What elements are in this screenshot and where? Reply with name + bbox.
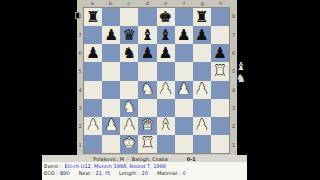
material-balance-icons: ♝♞: [234, 61, 248, 85]
square-d8[interactable]: [138, 8, 156, 26]
players-separator: -: [127, 156, 129, 162]
square-d2[interactable]: ♛: [138, 117, 156, 135]
white-player-name: Polakovic, M: [93, 156, 124, 162]
stat-value: 20: [142, 170, 148, 176]
square-a1[interactable]: [84, 135, 102, 153]
square-e3[interactable]: [157, 99, 175, 117]
square-d1[interactable]: ♜: [138, 135, 156, 153]
square-h3[interactable]: [211, 99, 229, 117]
square-e7[interactable]: ♝: [157, 26, 175, 44]
square-h2[interactable]: [211, 117, 229, 135]
square-e1[interactable]: [157, 135, 175, 153]
square-g8[interactable]: ♜: [193, 8, 211, 26]
white-piece-g4: ♟: [195, 82, 208, 97]
file-label-a: a: [83, 0, 101, 6]
square-c7[interactable]: ♛: [120, 26, 138, 44]
stat-field: Material :0: [157, 170, 186, 176]
square-h7[interactable]: [211, 26, 229, 44]
leader-dots: ·····: [171, 156, 184, 162]
square-f4[interactable]: ♟: [175, 81, 193, 99]
stat-value: 21. f5: [96, 170, 110, 176]
file-label-e: e: [157, 0, 175, 6]
square-c4[interactable]: [120, 81, 138, 99]
square-a5[interactable]: [84, 62, 102, 80]
square-h5[interactable]: ♜: [211, 62, 229, 80]
white-piece-e4: ♟: [159, 82, 172, 97]
square-d6[interactable]: ♟: [138, 44, 156, 62]
rank-label-2: 2: [230, 117, 237, 135]
square-d4[interactable]: ♞: [138, 81, 156, 99]
square-b4[interactable]: [102, 81, 120, 99]
square-d7[interactable]: ♝: [138, 26, 156, 44]
file-label-c: c: [120, 0, 138, 6]
white-piece-c3: ♞: [123, 100, 136, 115]
file-label-b: b: [101, 0, 119, 6]
black-piece-e6: ♟: [159, 45, 172, 60]
black-piece-g8: ♜: [195, 9, 208, 24]
square-a4[interactable]: [84, 81, 102, 99]
square-a7[interactable]: [84, 26, 102, 44]
stat-value: B90: [60, 170, 70, 176]
file-label-f: f: [175, 0, 193, 6]
black-piece-d7: ♝: [141, 27, 154, 42]
square-g6[interactable]: [193, 44, 211, 62]
square-g1[interactable]: [193, 135, 211, 153]
file-label-g: g: [193, 0, 211, 6]
black-piece-a6: ♟: [86, 45, 99, 60]
video-frame: abcdefgh abcdefgh 87654321 87654321 ♜♚♜♟…: [0, 0, 320, 180]
black-piece-c7: ♛: [123, 27, 136, 42]
square-f6[interactable]: [175, 44, 193, 62]
black-piece-e7: ♝: [159, 27, 172, 42]
white-piece-d2: ♛: [141, 118, 154, 133]
black-piece-d6: ♟: [141, 45, 154, 60]
square-f2[interactable]: [175, 117, 193, 135]
stat-field: Length :20: [119, 170, 148, 176]
black-piece-c6: ♞: [123, 45, 136, 60]
chess-board[interactable]: ♜♚♜♟♛♝♝♟♟♟♞♟♟♟♜♞♟♟♟♞♟♟♟♛♝♟♚♜: [83, 7, 230, 154]
stats-line: ECO :B90Next :21. f5Length :20Material :…: [42, 169, 247, 176]
square-b6[interactable]: [102, 44, 120, 62]
square-b3[interactable]: [102, 99, 120, 117]
square-e8[interactable]: ♚: [157, 8, 175, 26]
square-f1[interactable]: [175, 135, 193, 153]
stat-field: Next :21. f5: [79, 170, 110, 176]
square-f3[interactable]: [175, 99, 193, 117]
square-c3[interactable]: ♞: [120, 99, 138, 117]
file-label-d: d: [138, 0, 156, 6]
square-c5[interactable]: [120, 62, 138, 80]
event-line: Event : EU-ch U12, Munich 1998, Round 7,…: [42, 162, 247, 169]
square-a6[interactable]: ♟: [84, 44, 102, 62]
square-a8[interactable]: ♜: [84, 8, 102, 26]
game-result: 0-1: [187, 156, 196, 162]
square-d5[interactable]: [138, 62, 156, 80]
black-player-name: Balogh, Csaba: [132, 156, 168, 162]
white-piece-h5: ♜: [213, 63, 226, 78]
square-c6[interactable]: ♞: [120, 44, 138, 62]
black-piece-h6: ♟: [213, 45, 226, 60]
white-piece-d1: ♜: [141, 136, 154, 151]
square-c8[interactable]: [120, 8, 138, 26]
square-e2[interactable]: ♝: [157, 117, 175, 135]
event-label: Event :: [44, 163, 62, 169]
black-piece-a8: ♜: [86, 9, 99, 24]
black-piece-e8: ♚: [159, 9, 172, 24]
square-b5[interactable]: [102, 62, 120, 80]
stat-label: ECO :: [44, 170, 58, 176]
players-line: Polakovic, M - Balogh, Csaba ····· 0-1: [42, 155, 247, 162]
white-piece-a2: ♟: [86, 118, 99, 133]
square-g3[interactable]: [193, 99, 211, 117]
square-f8[interactable]: [175, 8, 193, 26]
rank-label-1: 1: [230, 136, 237, 154]
stat-label: Material :: [157, 170, 181, 176]
square-e6[interactable]: ♟: [157, 44, 175, 62]
game-info-panel: Polakovic, M - Balogh, Csaba ····· 0-1 E…: [42, 155, 247, 180]
black-piece-f7: ♟: [177, 27, 190, 42]
stat-label: Next :: [79, 170, 94, 176]
square-h4[interactable]: [211, 81, 229, 99]
stat-field: ECO :B90: [44, 170, 70, 176]
black-to-move-indicator: [75, 12, 80, 19]
white-piece-d4: ♞: [141, 82, 154, 97]
square-a3[interactable]: [84, 99, 102, 117]
rank-label-8: 8: [230, 7, 237, 25]
white-piece-c1: ♚: [123, 136, 136, 151]
square-f5[interactable]: [175, 62, 193, 80]
white-piece-e2: ♝: [159, 118, 172, 133]
square-c1[interactable]: ♚: [120, 135, 138, 153]
square-g4[interactable]: ♟: [193, 81, 211, 99]
board-frame: abcdefgh abcdefgh 87654321 87654321 ♜♚♜♟…: [77, 0, 237, 155]
square-h8[interactable]: [211, 8, 229, 26]
square-g7[interactable]: ♟: [193, 26, 211, 44]
event-link[interactable]: EU-ch U12, Munich 1998, Round 7, 1998: [65, 163, 166, 169]
file-labels-top: abcdefgh: [83, 0, 230, 6]
square-e4[interactable]: ♟: [157, 81, 175, 99]
file-label-h: h: [212, 0, 230, 6]
square-d3[interactable]: [138, 99, 156, 117]
rank-label-3: 3: [230, 99, 237, 117]
square-g2[interactable]: ♟: [193, 117, 211, 135]
square-b2[interactable]: ♟: [102, 117, 120, 135]
square-b8[interactable]: [102, 8, 120, 26]
square-e5[interactable]: [157, 62, 175, 80]
square-h6[interactable]: ♟: [211, 44, 229, 62]
rank-label-7: 7: [230, 25, 237, 43]
square-f7[interactable]: ♟: [175, 26, 193, 44]
black-piece-g7: ♟: [195, 27, 208, 42]
black-piece-b7: ♟: [104, 27, 117, 42]
stat-value: 0: [183, 170, 186, 176]
square-c2[interactable]: ♟: [120, 117, 138, 135]
white-piece-b2: ♟: [104, 118, 117, 133]
knight-icon: ♞: [236, 73, 246, 85]
square-h1[interactable]: [211, 135, 229, 153]
white-piece-c2: ♟: [123, 118, 136, 133]
white-piece-g2: ♟: [195, 118, 208, 133]
square-b7[interactable]: ♟: [102, 26, 120, 44]
stat-label: Length :: [119, 170, 140, 176]
white-piece-f4: ♟: [177, 82, 190, 97]
square-g5[interactable]: [193, 62, 211, 80]
square-b1[interactable]: [102, 135, 120, 153]
square-a2[interactable]: ♟: [84, 117, 102, 135]
